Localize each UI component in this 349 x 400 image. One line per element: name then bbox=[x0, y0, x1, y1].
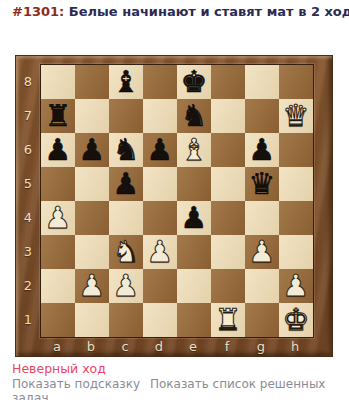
file-label-a: a bbox=[40, 336, 74, 356]
square-e8[interactable]: ♚ bbox=[177, 65, 211, 99]
square-c2[interactable]: ♟ bbox=[109, 269, 143, 303]
square-g7[interactable] bbox=[245, 99, 279, 133]
rank-label-4: 4 bbox=[16, 200, 40, 234]
square-d6[interactable]: ♟ bbox=[143, 133, 177, 167]
square-f3[interactable] bbox=[211, 235, 245, 269]
piece-black-queen[interactable]: ♛ bbox=[249, 167, 276, 201]
square-h1[interactable]: ♚ bbox=[279, 303, 313, 337]
file-label-h: h bbox=[278, 336, 312, 356]
square-f8[interactable] bbox=[211, 65, 245, 99]
rank-label-6: 6 bbox=[16, 132, 40, 166]
rank-label-2: 2 bbox=[16, 268, 40, 302]
puzzle-number: #1301: bbox=[12, 4, 64, 19]
square-g2[interactable] bbox=[245, 269, 279, 303]
square-h5[interactable] bbox=[279, 167, 313, 201]
piece-black-pawn[interactable]: ♟ bbox=[45, 133, 72, 167]
piece-white-bishop[interactable]: ♝ bbox=[181, 133, 208, 167]
square-h3[interactable] bbox=[279, 235, 313, 269]
square-f7[interactable] bbox=[211, 99, 245, 133]
square-b1[interactable] bbox=[75, 303, 109, 337]
piece-black-pawn[interactable]: ♟ bbox=[79, 133, 106, 167]
file-label-f: f bbox=[210, 336, 244, 356]
square-d3[interactable]: ♟ bbox=[143, 235, 177, 269]
file-labels: abcdefgh bbox=[40, 336, 312, 356]
piece-white-pawn[interactable]: ♟ bbox=[249, 235, 276, 269]
piece-white-pawn[interactable]: ♟ bbox=[147, 235, 174, 269]
square-e5[interactable] bbox=[177, 167, 211, 201]
square-d4[interactable] bbox=[143, 201, 177, 235]
square-f5[interactable] bbox=[211, 167, 245, 201]
chess-board-frame: 87654321 ♝♚♜♞♛♟♟♞♟♝♟♟♛♟♟♞♟♟♟♟♟♜♚ abcdefg… bbox=[15, 55, 333, 357]
square-e4[interactable]: ♟ bbox=[177, 201, 211, 235]
square-h8[interactable] bbox=[279, 65, 313, 99]
rank-label-5: 5 bbox=[16, 166, 40, 200]
show-hint-link[interactable]: Показать подсказку bbox=[12, 377, 140, 391]
square-f6[interactable] bbox=[211, 133, 245, 167]
chess-board[interactable]: ♝♚♜♞♛♟♟♞♟♝♟♟♛♟♟♞♟♟♟♟♟♜♚ bbox=[40, 64, 314, 338]
square-b2[interactable]: ♟ bbox=[75, 269, 109, 303]
square-a5[interactable] bbox=[41, 167, 75, 201]
piece-black-knight[interactable]: ♞ bbox=[113, 133, 140, 167]
square-h6[interactable] bbox=[279, 133, 313, 167]
square-e7[interactable]: ♞ bbox=[177, 99, 211, 133]
square-b5[interactable] bbox=[75, 167, 109, 201]
piece-black-rook[interactable]: ♜ bbox=[45, 99, 72, 133]
piece-white-rook[interactable]: ♜ bbox=[215, 303, 242, 337]
rank-label-3: 3 bbox=[16, 234, 40, 268]
puzzle-links: Показать подсказкуПоказать список решенн… bbox=[12, 377, 349, 400]
square-a6[interactable]: ♟ bbox=[41, 133, 75, 167]
file-label-b: b bbox=[74, 336, 108, 356]
file-label-e: e bbox=[176, 336, 210, 356]
piece-white-pawn[interactable]: ♟ bbox=[79, 269, 106, 303]
square-a3[interactable] bbox=[41, 235, 75, 269]
square-g1[interactable] bbox=[245, 303, 279, 337]
rank-label-1: 1 bbox=[16, 302, 40, 336]
status-message: Неверный ход bbox=[12, 361, 106, 376]
square-a8[interactable] bbox=[41, 65, 75, 99]
square-f4[interactable] bbox=[211, 201, 245, 235]
square-h2[interactable]: ♟ bbox=[279, 269, 313, 303]
square-g4[interactable] bbox=[245, 201, 279, 235]
piece-black-pawn[interactable]: ♟ bbox=[249, 133, 276, 167]
square-a1[interactable] bbox=[41, 303, 75, 337]
square-c4[interactable] bbox=[109, 201, 143, 235]
square-b3[interactable] bbox=[75, 235, 109, 269]
puzzle-goal-text: Белые начинают и ставят мат в 2 хода bbox=[64, 4, 349, 19]
square-a7[interactable]: ♜ bbox=[41, 99, 75, 133]
rank-label-8: 8 bbox=[16, 64, 40, 98]
square-h4[interactable] bbox=[279, 201, 313, 235]
square-a4[interactable]: ♟ bbox=[41, 201, 75, 235]
piece-black-king[interactable]: ♚ bbox=[181, 65, 208, 99]
square-c5[interactable]: ♟ bbox=[109, 167, 143, 201]
page-title: #1301: Белые начинают и ставят мат в 2 х… bbox=[12, 4, 349, 19]
square-d7[interactable] bbox=[143, 99, 177, 133]
square-g3[interactable]: ♟ bbox=[245, 235, 279, 269]
file-label-g: g bbox=[244, 336, 278, 356]
piece-black-bishop[interactable]: ♝ bbox=[113, 65, 140, 99]
square-g6[interactable]: ♟ bbox=[245, 133, 279, 167]
square-b6[interactable]: ♟ bbox=[75, 133, 109, 167]
piece-black-pawn[interactable]: ♟ bbox=[181, 201, 208, 235]
square-e1[interactable] bbox=[177, 303, 211, 337]
square-f2[interactable] bbox=[211, 269, 245, 303]
square-g8[interactable] bbox=[245, 65, 279, 99]
piece-white-pawn[interactable]: ♟ bbox=[283, 269, 310, 303]
piece-black-pawn[interactable]: ♟ bbox=[113, 167, 140, 201]
square-b7[interactable] bbox=[75, 99, 109, 133]
rank-labels: 87654321 bbox=[16, 64, 40, 336]
square-c7[interactable] bbox=[109, 99, 143, 133]
square-c3[interactable]: ♞ bbox=[109, 235, 143, 269]
piece-white-queen[interactable]: ♛ bbox=[283, 99, 310, 133]
square-c1[interactable] bbox=[109, 303, 143, 337]
piece-black-knight[interactable]: ♞ bbox=[181, 99, 208, 133]
piece-black-pawn[interactable]: ♟ bbox=[147, 133, 174, 167]
square-d2[interactable] bbox=[143, 269, 177, 303]
file-label-c: c bbox=[108, 336, 142, 356]
square-e2[interactable] bbox=[177, 269, 211, 303]
square-h7[interactable]: ♛ bbox=[279, 99, 313, 133]
square-a2[interactable] bbox=[41, 269, 75, 303]
square-b8[interactable] bbox=[75, 65, 109, 99]
square-d8[interactable] bbox=[143, 65, 177, 99]
square-f1[interactable]: ♜ bbox=[211, 303, 245, 337]
square-e6[interactable]: ♝ bbox=[177, 133, 211, 167]
square-d1[interactable] bbox=[143, 303, 177, 337]
file-label-d: d bbox=[142, 336, 176, 356]
piece-white-pawn[interactable]: ♟ bbox=[45, 201, 72, 235]
square-c8[interactable]: ♝ bbox=[109, 65, 143, 99]
square-d5[interactable] bbox=[143, 167, 177, 201]
square-g5[interactable]: ♛ bbox=[245, 167, 279, 201]
square-c6[interactable]: ♞ bbox=[109, 133, 143, 167]
square-b4[interactable] bbox=[75, 201, 109, 235]
piece-white-pawn[interactable]: ♟ bbox=[113, 269, 140, 303]
square-e3[interactable] bbox=[177, 235, 211, 269]
rank-label-7: 7 bbox=[16, 98, 40, 132]
piece-white-king[interactable]: ♚ bbox=[283, 303, 310, 337]
piece-white-knight[interactable]: ♞ bbox=[113, 235, 140, 269]
